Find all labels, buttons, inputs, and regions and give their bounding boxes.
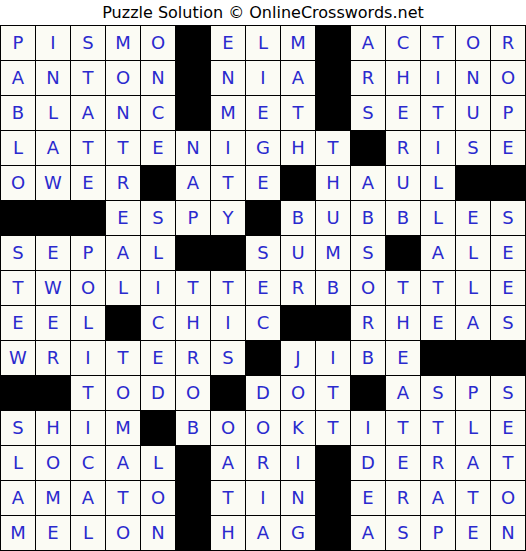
letter-cell: G <box>281 516 315 550</box>
letter-cell: L <box>421 166 455 200</box>
letter-cell: A <box>421 481 455 515</box>
letter-cell: E <box>1 306 35 340</box>
letter-cell: J <box>281 341 315 375</box>
black-cell <box>491 166 525 200</box>
crossword-grid: PISMOELMACTORANTONNIARHINOBLANCMETSETUPL… <box>0 25 526 551</box>
letter-cell: A <box>456 306 490 340</box>
letter-cell: T <box>106 131 140 165</box>
letter-cell: O <box>491 61 525 95</box>
letter-cell: A <box>351 166 385 200</box>
letter-cell: A <box>1 481 35 515</box>
letter-cell: E <box>141 341 175 375</box>
letter-cell: U <box>281 236 315 270</box>
black-cell <box>351 131 385 165</box>
letter-cell: R <box>246 446 280 480</box>
letter-cell: E <box>386 96 420 130</box>
letter-cell: N <box>456 61 490 95</box>
black-cell <box>141 166 175 200</box>
letter-cell: H <box>36 411 70 445</box>
letter-cell: P <box>176 201 210 235</box>
letter-cell: T <box>316 376 350 410</box>
black-cell <box>176 26 210 60</box>
letter-cell: N <box>106 96 140 130</box>
letter-cell: O <box>176 376 210 410</box>
letter-cell: H <box>386 306 420 340</box>
black-cell <box>36 201 70 235</box>
page-title: Puzzle Solution © OnlineCrosswords.net <box>0 0 526 25</box>
letter-cell: S <box>211 341 245 375</box>
letter-cell: I <box>421 61 455 95</box>
black-cell <box>316 481 350 515</box>
letter-cell: M <box>106 411 140 445</box>
letter-cell: L <box>246 26 280 60</box>
letter-cell: H <box>316 166 350 200</box>
black-cell <box>176 481 210 515</box>
letter-cell: D <box>141 376 175 410</box>
letter-cell: O <box>36 446 70 480</box>
letter-cell: O <box>246 411 280 445</box>
black-cell <box>176 96 210 130</box>
letter-cell: O <box>141 26 175 60</box>
letter-cell: I <box>421 131 455 165</box>
letter-cell: L <box>456 411 490 445</box>
letter-cell: S <box>351 96 385 130</box>
letter-cell: B <box>386 201 420 235</box>
letter-cell: P <box>491 96 525 130</box>
letter-cell: H <box>211 516 245 550</box>
letter-cell: T <box>211 271 245 305</box>
letter-cell: S <box>246 236 280 270</box>
letter-cell: L <box>71 516 105 550</box>
letter-cell: T <box>316 411 350 445</box>
letter-cell: E <box>421 306 455 340</box>
letter-cell: O <box>1 166 35 200</box>
letter-cell: A <box>106 446 140 480</box>
letter-cell: I <box>246 61 280 95</box>
letter-cell: R <box>351 61 385 95</box>
letter-cell: I <box>36 26 70 60</box>
letter-cell: S <box>386 516 420 550</box>
black-cell <box>281 306 315 340</box>
letter-cell: E <box>386 341 420 375</box>
black-cell <box>141 411 175 445</box>
letter-cell: I <box>211 131 245 165</box>
letter-cell: A <box>351 516 385 550</box>
letter-cell: A <box>71 481 105 515</box>
letter-cell: T <box>176 271 210 305</box>
letter-cell: O <box>281 376 315 410</box>
letter-cell: C <box>386 26 420 60</box>
letter-cell: T <box>386 271 420 305</box>
black-cell <box>351 376 385 410</box>
letter-cell: C <box>141 306 175 340</box>
letter-cell: E <box>211 26 245 60</box>
letter-cell: T <box>106 481 140 515</box>
letter-cell: S <box>141 201 175 235</box>
letter-cell: S <box>71 26 105 60</box>
letter-cell: M <box>106 26 140 60</box>
letter-cell: E <box>36 306 70 340</box>
letter-cell: A <box>281 61 315 95</box>
letter-cell: N <box>141 61 175 95</box>
letter-cell: R <box>106 166 140 200</box>
letter-cell: I <box>71 411 105 445</box>
letter-cell: P <box>71 236 105 270</box>
letter-cell: E <box>246 271 280 305</box>
letter-cell: S <box>1 411 35 445</box>
letter-cell: L <box>1 446 35 480</box>
letter-cell: H <box>176 306 210 340</box>
letter-cell: T <box>316 131 350 165</box>
letter-cell: A <box>211 446 245 480</box>
letter-cell: O <box>106 61 140 95</box>
letter-cell: L <box>456 236 490 270</box>
letter-cell: B <box>316 271 350 305</box>
letter-cell: E <box>456 516 490 550</box>
letter-cell: C <box>141 96 175 130</box>
letter-cell: E <box>491 411 525 445</box>
letter-cell: I <box>316 341 350 375</box>
letter-cell: S <box>421 376 455 410</box>
letter-cell: D <box>351 446 385 480</box>
black-cell <box>386 236 420 270</box>
letter-cell: R <box>386 131 420 165</box>
black-cell <box>1 376 35 410</box>
black-cell <box>36 376 70 410</box>
letter-cell: R <box>351 306 385 340</box>
letter-cell: S <box>351 236 385 270</box>
letter-cell: L <box>71 306 105 340</box>
black-cell <box>456 166 490 200</box>
letter-cell: E <box>351 481 385 515</box>
letter-cell: T <box>71 376 105 410</box>
letter-cell: A <box>386 376 420 410</box>
letter-cell: E <box>71 166 105 200</box>
letter-cell: G <box>246 131 280 165</box>
letter-cell: L <box>421 201 455 235</box>
letter-cell: E <box>141 131 175 165</box>
letter-cell: B <box>281 201 315 235</box>
letter-cell: D <box>246 376 280 410</box>
letter-cell: A <box>456 446 490 480</box>
black-cell <box>176 236 210 270</box>
letter-cell: E <box>106 201 140 235</box>
letter-cell: U <box>386 166 420 200</box>
letter-cell: C <box>71 446 105 480</box>
letter-cell: S <box>456 131 490 165</box>
letter-cell: T <box>456 481 490 515</box>
letter-cell: I <box>141 271 175 305</box>
letter-cell: R <box>491 26 525 60</box>
letter-cell: L <box>106 271 140 305</box>
black-cell <box>71 201 105 235</box>
letter-cell: E <box>491 236 525 270</box>
letter-cell: L <box>456 271 490 305</box>
letter-cell: U <box>316 201 350 235</box>
black-cell <box>316 516 350 550</box>
letter-cell: I <box>71 341 105 375</box>
letter-cell: E <box>491 271 525 305</box>
black-cell <box>176 516 210 550</box>
letter-cell: I <box>351 411 385 445</box>
letter-cell: T <box>1 271 35 305</box>
letter-cell: B <box>351 341 385 375</box>
letter-cell: A <box>421 236 455 270</box>
letter-cell: S <box>1 236 35 270</box>
black-cell <box>246 201 280 235</box>
letter-cell: E <box>36 236 70 270</box>
letter-cell: L <box>1 131 35 165</box>
letter-cell: M <box>1 516 35 550</box>
black-cell <box>246 341 280 375</box>
letter-cell: T <box>421 26 455 60</box>
black-cell <box>316 26 350 60</box>
letter-cell: N <box>491 516 525 550</box>
black-cell <box>176 446 210 480</box>
letter-cell: L <box>141 446 175 480</box>
letter-cell: A <box>351 26 385 60</box>
black-cell <box>176 61 210 95</box>
black-cell <box>281 166 315 200</box>
letter-cell: R <box>281 271 315 305</box>
letter-cell: T <box>71 131 105 165</box>
letter-cell: O <box>351 271 385 305</box>
letter-cell: E <box>386 446 420 480</box>
letter-cell: A <box>71 96 105 130</box>
letter-cell: S <box>491 306 525 340</box>
letter-cell: P <box>421 516 455 550</box>
black-cell <box>211 236 245 270</box>
letter-cell: I <box>246 481 280 515</box>
letter-cell: O <box>491 481 525 515</box>
letter-cell: N <box>176 131 210 165</box>
letter-cell: M <box>211 96 245 130</box>
letter-cell: H <box>386 61 420 95</box>
letter-cell: R <box>421 446 455 480</box>
black-cell <box>211 376 245 410</box>
letter-cell: S <box>491 201 525 235</box>
letter-cell: S <box>491 376 525 410</box>
letter-cell: T <box>421 96 455 130</box>
black-cell <box>316 446 350 480</box>
black-cell <box>421 341 455 375</box>
letter-cell: M <box>316 236 350 270</box>
letter-cell: E <box>491 131 525 165</box>
black-cell <box>1 201 35 235</box>
letter-cell: T <box>421 271 455 305</box>
letter-cell: U <box>456 96 490 130</box>
letter-cell: B <box>351 201 385 235</box>
letter-cell: T <box>421 411 455 445</box>
letter-cell: P <box>456 376 490 410</box>
letter-cell: E <box>36 516 70 550</box>
letter-cell: N <box>281 481 315 515</box>
letter-cell: A <box>246 516 280 550</box>
letter-cell: R <box>386 481 420 515</box>
letter-cell: E <box>246 96 280 130</box>
black-cell <box>316 306 350 340</box>
letter-cell: E <box>456 201 490 235</box>
letter-cell: R <box>36 341 70 375</box>
letter-cell: T <box>211 481 245 515</box>
letter-cell: O <box>141 481 175 515</box>
letter-cell: L <box>141 236 175 270</box>
letter-cell: Y <box>211 201 245 235</box>
letter-cell: W <box>36 166 70 200</box>
letter-cell: O <box>106 516 140 550</box>
letter-cell: M <box>36 481 70 515</box>
black-cell <box>456 341 490 375</box>
letter-cell: I <box>211 306 245 340</box>
letter-cell: T <box>211 166 245 200</box>
letter-cell: T <box>281 96 315 130</box>
letter-cell: R <box>176 341 210 375</box>
letter-cell: A <box>1 61 35 95</box>
letter-cell: H <box>281 131 315 165</box>
letter-cell: K <box>281 411 315 445</box>
letter-cell: L <box>36 96 70 130</box>
letter-cell: N <box>36 61 70 95</box>
letter-cell: B <box>176 411 210 445</box>
black-cell <box>316 96 350 130</box>
letter-cell: O <box>71 271 105 305</box>
letter-cell: N <box>211 61 245 95</box>
letter-cell: A <box>36 131 70 165</box>
letter-cell: O <box>106 376 140 410</box>
letter-cell: N <box>141 516 175 550</box>
letter-cell: O <box>211 411 245 445</box>
letter-cell: A <box>106 236 140 270</box>
letter-cell: C <box>246 306 280 340</box>
letter-cell: M <box>281 26 315 60</box>
letter-cell: T <box>71 61 105 95</box>
black-cell <box>106 306 140 340</box>
letter-cell: O <box>456 26 490 60</box>
black-cell <box>491 341 525 375</box>
letter-cell: W <box>36 271 70 305</box>
letter-cell: I <box>281 446 315 480</box>
letter-cell: T <box>106 341 140 375</box>
letter-cell: E <box>246 166 280 200</box>
black-cell <box>316 61 350 95</box>
letter-cell: P <box>1 26 35 60</box>
letter-cell: A <box>176 166 210 200</box>
letter-cell: T <box>386 411 420 445</box>
letter-cell: B <box>1 96 35 130</box>
letter-cell: W <box>1 341 35 375</box>
letter-cell: T <box>491 446 525 480</box>
